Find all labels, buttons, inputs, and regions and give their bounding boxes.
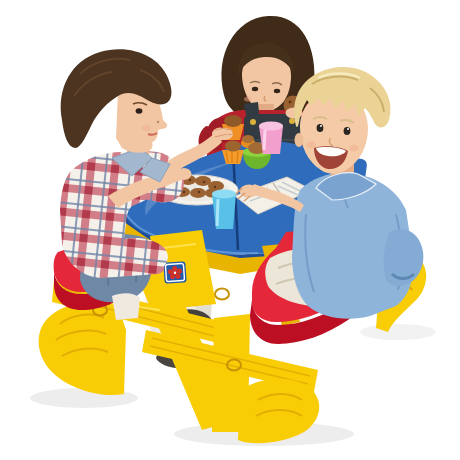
cup-pink-rim (259, 122, 283, 131)
muffin-top-2 (242, 135, 254, 143)
cup-blue-highlight (217, 199, 218, 226)
leg-peek (112, 293, 140, 320)
eye-left-boy (136, 108, 143, 114)
illustration (0, 0, 460, 460)
product-photo (0, 0, 460, 460)
shadow-right-bench (360, 324, 436, 340)
blush (244, 96, 252, 101)
blush-right-boy (306, 142, 316, 149)
muffin-in-hand (224, 115, 242, 127)
eye-right-right-boy (344, 127, 351, 135)
eye-left (252, 87, 258, 91)
ear (295, 133, 304, 147)
muffin-top (225, 141, 241, 152)
chip (289, 101, 292, 104)
eye-glint (320, 125, 322, 127)
nostril (157, 121, 159, 123)
cup-blue-rim (212, 190, 236, 199)
eye-left-right-boy (317, 124, 324, 132)
strap-button-right (289, 118, 295, 124)
blush-left-boy (142, 125, 151, 131)
strap-button-left (250, 119, 256, 125)
cup-pink-highlight (264, 130, 265, 150)
blush-right-boy-2 (349, 145, 359, 152)
rivet (215, 289, 229, 300)
eye-right (274, 89, 280, 93)
brand-logo (163, 261, 186, 283)
eye-glint (347, 128, 349, 130)
